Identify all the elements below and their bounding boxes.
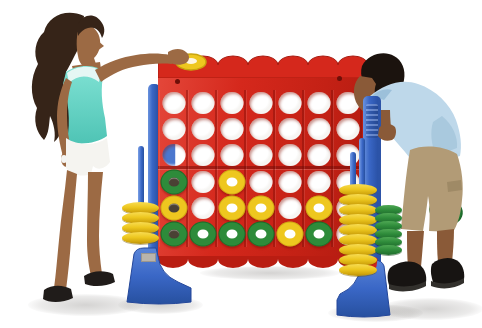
girl-shorts xyxy=(66,138,110,176)
girl-player xyxy=(0,0,482,328)
girl-sandal-back xyxy=(43,286,73,302)
girl-right-hand xyxy=(168,49,189,65)
girl-front-leg xyxy=(87,172,103,276)
girl-sandal-front xyxy=(84,271,115,286)
product-photo-scene xyxy=(0,0,482,328)
girl-back-leg xyxy=(54,170,77,290)
girl-nose xyxy=(97,40,104,51)
girl-right-arm xyxy=(95,54,172,83)
